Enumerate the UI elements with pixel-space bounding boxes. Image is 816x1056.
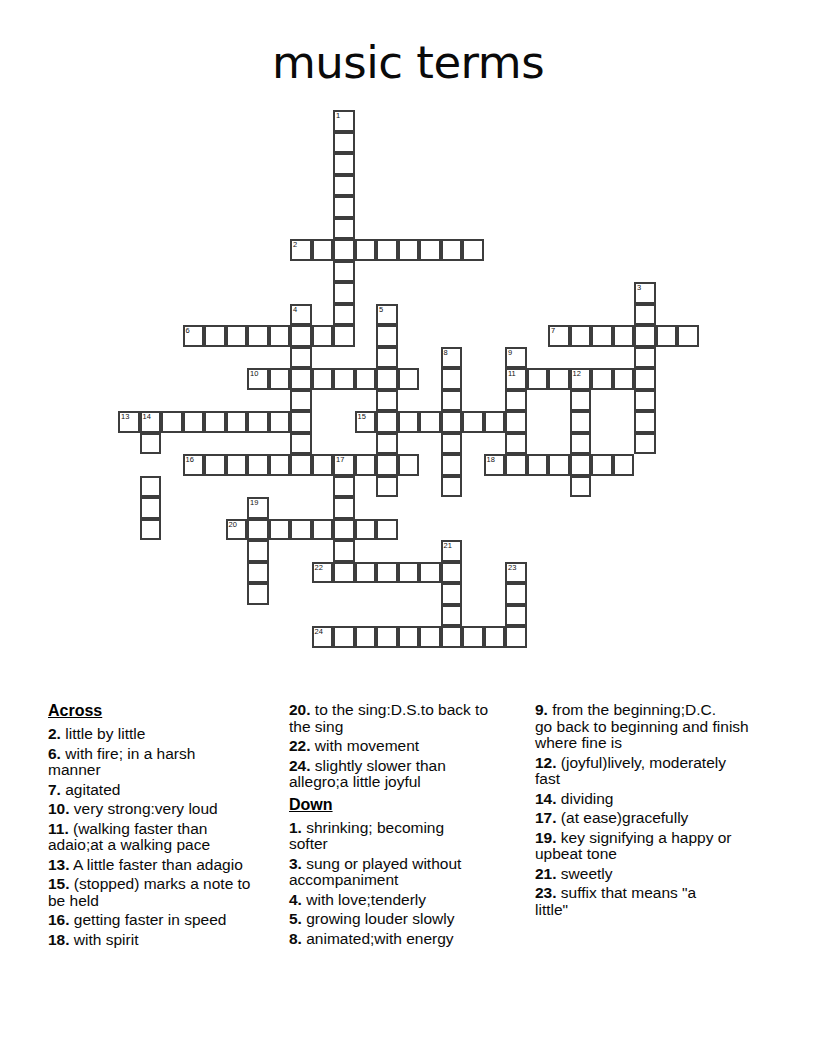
- clue-number-1: 1: [336, 111, 340, 120]
- grid-cell-r19c6[interactable]: [247, 519, 269, 541]
- grid-cell-r10c10[interactable]: [333, 325, 355, 347]
- grid-cell-r14c7[interactable]: [269, 411, 291, 433]
- down-clue-4: 4. with love;tenderly: [289, 892, 532, 909]
- grid-cell-r14c15[interactable]: [441, 411, 463, 433]
- clue-number-5: 5: [379, 305, 383, 314]
- grid-cell-r7c10[interactable]: [333, 261, 355, 283]
- grid-cell-r6c16[interactable]: [462, 239, 484, 261]
- grid-cell-r22c15[interactable]: [441, 583, 463, 605]
- clue-label: 18.: [48, 931, 70, 948]
- grid-cell-r16c18[interactable]: [505, 454, 527, 476]
- grid-cell-r10c3[interactable]: 6: [183, 325, 205, 347]
- crossword-worksheet-page: music terms 1234567891011121314151617181…: [0, 0, 816, 1056]
- grid-cell-r14c0[interactable]: 13: [118, 411, 140, 433]
- grid-cell-r10c25[interactable]: [656, 325, 678, 347]
- grid-cell-r24c9[interactable]: 24: [312, 626, 334, 648]
- across-clue-18: 18. with spirit: [48, 932, 286, 949]
- grid-cell-r16c23[interactable]: [613, 454, 635, 476]
- grid-cell-r16c15[interactable]: [441, 454, 463, 476]
- grid-cell-r15c12[interactable]: [376, 433, 398, 455]
- grid-cell-r12c8[interactable]: [290, 368, 312, 390]
- grid-cell-r4c10[interactable]: [333, 196, 355, 218]
- grid-cell-r12c7[interactable]: [269, 368, 291, 390]
- grid-cell-r12c20[interactable]: [548, 368, 570, 390]
- clue-number-22: 22: [315, 563, 323, 572]
- across-clue-24: 24. slightly slower than allegro;a littl…: [289, 758, 532, 791]
- clue-number-16: 16: [186, 455, 194, 464]
- grid-cell-r11c12[interactable]: [376, 347, 398, 369]
- grid-cell-r10c12[interactable]: [376, 325, 398, 347]
- grid-cell-r15c24[interactable]: [634, 433, 656, 455]
- clue-column-middle: 20. to the sing:D.S.to back to the sing2…: [289, 702, 532, 950]
- grid-cell-r16c4[interactable]: [204, 454, 226, 476]
- clue-number-8: 8: [444, 348, 448, 357]
- clue-label: 8.: [289, 930, 302, 947]
- grid-cell-r8c24[interactable]: 3: [634, 282, 656, 304]
- grid-cell-r14c12[interactable]: [376, 411, 398, 433]
- grid-cell-r21c14[interactable]: [419, 562, 441, 584]
- grid-cell-r12c22[interactable]: [591, 368, 613, 390]
- clue-number-9: 9: [508, 348, 512, 357]
- crossword-grid: 123456789101112131415161718192021222324: [118, 110, 699, 648]
- grid-cell-r22c6[interactable]: [247, 583, 269, 605]
- grid-cell-r19c8[interactable]: [290, 519, 312, 541]
- down-clue-5: 5. growing louder slowly: [289, 911, 532, 928]
- grid-cell-r16c21[interactable]: [570, 454, 592, 476]
- grid-cell-r17c1[interactable]: [140, 476, 162, 498]
- grid-cell-r23c18[interactable]: [505, 605, 527, 627]
- grid-cell-r23c15[interactable]: [441, 605, 463, 627]
- grid-cell-r24c11[interactable]: [355, 626, 377, 648]
- grid-cell-r15c21[interactable]: [570, 433, 592, 455]
- grid-cell-r16c10[interactable]: 17: [333, 454, 355, 476]
- clue-number-7: 7: [551, 326, 555, 335]
- grid-cell-r13c24[interactable]: [634, 390, 656, 412]
- grid-cell-r19c10[interactable]: [333, 519, 355, 541]
- grid-cell-r14c2[interactable]: [161, 411, 183, 433]
- across-clue-2: 2. little by little: [48, 726, 286, 743]
- grid-cell-r14c16[interactable]: [462, 411, 484, 433]
- grid-cell-r12c24[interactable]: [634, 368, 656, 390]
- grid-cell-r19c9[interactable]: [312, 519, 334, 541]
- clue-number-4: 4: [293, 305, 297, 314]
- grid-cell-r21c12[interactable]: [376, 562, 398, 584]
- grid-cell-r14c21[interactable]: [570, 411, 592, 433]
- grid-cell-r21c10[interactable]: [333, 562, 355, 584]
- down-clue-23: 23. suffix that means "a little": [535, 885, 801, 918]
- clue-label: 7.: [48, 781, 61, 798]
- grid-cell-r10c9[interactable]: [312, 325, 334, 347]
- grid-cell-r6c13[interactable]: [398, 239, 420, 261]
- grid-cell-r15c1[interactable]: [140, 433, 162, 455]
- clue-label: 6.: [48, 745, 61, 762]
- grid-cell-r16c7[interactable]: [269, 454, 291, 476]
- grid-cell-r14c17[interactable]: [484, 411, 506, 433]
- grid-cell-r14c14[interactable]: [419, 411, 441, 433]
- down-clue-14: 14. dividing: [535, 791, 801, 808]
- clue-number-18: 18: [487, 455, 495, 464]
- clue-label: 23.: [535, 884, 557, 901]
- grid-cell-r18c10[interactable]: [333, 497, 355, 519]
- grid-cell-r15c15[interactable]: [441, 433, 463, 455]
- grid-cell-r14c8[interactable]: [290, 411, 312, 433]
- down-clue-9: 9. from the beginning;D.C. go back to be…: [535, 702, 801, 752]
- grid-cell-r16c9[interactable]: [312, 454, 334, 476]
- grid-cell-r12c11[interactable]: [355, 368, 377, 390]
- grid-cell-r21c13[interactable]: [398, 562, 420, 584]
- grid-cell-r16c6[interactable]: [247, 454, 269, 476]
- grid-cell-r24c18[interactable]: [505, 626, 527, 648]
- grid-cell-r2c10[interactable]: [333, 153, 355, 175]
- grid-cell-r14c18[interactable]: [505, 411, 527, 433]
- grid-cell-r24c10[interactable]: [333, 626, 355, 648]
- grid-cell-r20c10[interactable]: [333, 540, 355, 562]
- grid-cell-r13c21[interactable]: [570, 390, 592, 412]
- clue-label: 17.: [535, 809, 557, 826]
- down-clue-1: 1. shrinking; becoming softer: [289, 820, 532, 853]
- clue-label: 14.: [535, 790, 557, 807]
- clue-label: 15.: [48, 875, 70, 892]
- clue-label: 24.: [289, 757, 311, 774]
- grid-cell-r22c18[interactable]: [505, 583, 527, 605]
- grid-cell-r16c8[interactable]: [290, 454, 312, 476]
- down-clue-8: 8. animated;with energy: [289, 931, 532, 948]
- grid-cell-r3c10[interactable]: [333, 175, 355, 197]
- grid-cell-r21c6[interactable]: [247, 562, 269, 584]
- grid-cell-r16c17[interactable]: 18: [484, 454, 506, 476]
- grid-cell-r10c5[interactable]: [226, 325, 248, 347]
- grid-cell-r12c23[interactable]: [613, 368, 635, 390]
- grid-cell-r10c22[interactable]: [591, 325, 613, 347]
- down-clue-21: 21. sweetly: [535, 866, 801, 883]
- clue-number-10: 10: [250, 369, 258, 378]
- grid-cell-r12c19[interactable]: [527, 368, 549, 390]
- grid-cell-r12c15[interactable]: [441, 368, 463, 390]
- grid-cell-r12c10[interactable]: [333, 368, 355, 390]
- grid-cell-r18c6[interactable]: 19: [247, 497, 269, 519]
- grid-cell-r10c4[interactable]: [204, 325, 226, 347]
- grid-cell-r19c7[interactable]: [269, 519, 291, 541]
- clue-number-20: 20: [229, 520, 237, 529]
- clue-number-23: 23: [508, 563, 516, 572]
- grid-cell-r9c10[interactable]: [333, 304, 355, 326]
- grid-cell-r17c15[interactable]: [441, 476, 463, 498]
- grid-cell-r18c1[interactable]: [140, 497, 162, 519]
- clue-number-24: 24: [315, 627, 323, 636]
- grid-cell-r24c15[interactable]: [441, 626, 463, 648]
- grid-cell-r14c4[interactable]: [204, 411, 226, 433]
- grid-cell-r19c5[interactable]: 20: [226, 519, 248, 541]
- grid-cell-r12c12[interactable]: [376, 368, 398, 390]
- clue-number-21: 21: [444, 541, 452, 550]
- grid-cell-r17c21[interactable]: [570, 476, 592, 498]
- grid-cell-r11c24[interactable]: [634, 347, 656, 369]
- clue-number-17: 17: [336, 455, 344, 464]
- clue-label: 12.: [535, 754, 557, 771]
- clue-number-13: 13: [121, 412, 129, 421]
- grid-cell-r10c23[interactable]: [613, 325, 635, 347]
- across-clue-11: 11. (walking faster than adaio;at a walk…: [48, 821, 286, 854]
- clue-label: 16.: [48, 911, 70, 928]
- across-clue-16: 16. getting faster in speed: [48, 912, 286, 929]
- clue-label: 2.: [48, 725, 61, 742]
- clue-label: 11.: [48, 820, 69, 837]
- clue-number-3: 3: [637, 283, 641, 292]
- grid-cell-r10c21[interactable]: [570, 325, 592, 347]
- puzzle-title: music terms: [0, 36, 816, 89]
- down-clue-17: 17. (at ease)gracefully: [535, 810, 801, 827]
- grid-cell-r11c15[interactable]: 8: [441, 347, 463, 369]
- grid-cell-r16c3[interactable]: 16: [183, 454, 205, 476]
- grid-cell-r10c8[interactable]: [290, 325, 312, 347]
- grid-cell-r19c11[interactable]: [355, 519, 377, 541]
- across-clue-15: 15. (stopped) marks a note to be held: [48, 876, 286, 909]
- grid-cell-r14c6[interactable]: [247, 411, 269, 433]
- clue-number-15: 15: [358, 412, 366, 421]
- grid-cell-r14c24[interactable]: [634, 411, 656, 433]
- clue-label: 20.: [289, 701, 311, 718]
- clue-label: 10.: [48, 800, 70, 817]
- grid-cell-r10c24[interactable]: [634, 325, 656, 347]
- grid-cell-r10c7[interactable]: [269, 325, 291, 347]
- grid-cell-r6c11[interactable]: [355, 239, 377, 261]
- grid-cell-r1c10[interactable]: [333, 132, 355, 154]
- grid-cell-r6c9[interactable]: [312, 239, 334, 261]
- grid-cell-r9c8[interactable]: 4: [290, 304, 312, 326]
- grid-cell-r16c22[interactable]: [591, 454, 613, 476]
- grid-cell-r6c8[interactable]: 2: [290, 239, 312, 261]
- grid-cell-r21c15[interactable]: [441, 562, 463, 584]
- grid-cell-r17c12[interactable]: [376, 476, 398, 498]
- clue-number-11: 11: [508, 369, 516, 378]
- clue-label: 22.: [289, 737, 311, 754]
- grid-cell-r11c8[interactable]: [290, 347, 312, 369]
- grid-cell-r10c20[interactable]: 7: [548, 325, 570, 347]
- grid-cell-r14c11[interactable]: 15: [355, 411, 377, 433]
- clue-label: 4.: [289, 891, 302, 908]
- down-clue-3: 3. sung or played without accompaniment: [289, 856, 532, 889]
- grid-cell-r9c24[interactable]: [634, 304, 656, 326]
- grid-cell-r16c13[interactable]: [398, 454, 420, 476]
- clue-label: 13.: [48, 856, 70, 873]
- clue-label: 3.: [289, 855, 302, 872]
- grid-cell-r13c8[interactable]: [290, 390, 312, 412]
- across-clue-10: 10. very strong:very loud: [48, 801, 286, 818]
- clue-label: 9.: [535, 701, 548, 718]
- grid-cell-r5c10[interactable]: [333, 218, 355, 240]
- grid-cell-r24c12[interactable]: [376, 626, 398, 648]
- grid-cell-r8c10[interactable]: [333, 282, 355, 304]
- grid-cell-r24c16[interactable]: [462, 626, 484, 648]
- grid-cell-r15c8[interactable]: [290, 433, 312, 455]
- grid-cell-r17c10[interactable]: [333, 476, 355, 498]
- grid-cell-r10c26[interactable]: [677, 325, 699, 347]
- grid-cell-r6c14[interactable]: [419, 239, 441, 261]
- grid-cell-r12c18[interactable]: 11: [505, 368, 527, 390]
- clue-column-left: Across 2. little by little6. with fire; …: [48, 702, 286, 951]
- grid-cell-r24c17[interactable]: [484, 626, 506, 648]
- clue-number-12: 12: [573, 369, 581, 378]
- grid-cell-r14c1[interactable]: 14: [140, 411, 162, 433]
- clue-label: 19.: [535, 829, 557, 846]
- grid-cell-r24c13[interactable]: [398, 626, 420, 648]
- grid-cell-r15c18[interactable]: [505, 433, 527, 455]
- grid-cell-r14c5[interactable]: [226, 411, 248, 433]
- clue-label: 1.: [289, 819, 302, 836]
- grid-cell-r19c1[interactable]: [140, 519, 162, 541]
- grid-cell-r13c18[interactable]: [505, 390, 527, 412]
- grid-cell-r21c9[interactable]: 22: [312, 562, 334, 584]
- clue-label: 5.: [289, 910, 302, 927]
- grid-cell-r14c13[interactable]: [398, 411, 420, 433]
- across-clue-20: 20. to the sing:D.S.to back to the sing: [289, 702, 532, 735]
- grid-cell-r14c3[interactable]: [183, 411, 205, 433]
- clue-label: 21.: [535, 865, 557, 882]
- grid-cell-r12c13[interactable]: [398, 368, 420, 390]
- grid-cell-r24c14[interactable]: [419, 626, 441, 648]
- grid-cell-r0c10[interactable]: 1: [333, 110, 355, 132]
- down-clue-19: 19. key signifying a happy or upbeat ton…: [535, 830, 801, 863]
- across-clue-22: 22. with movement: [289, 738, 532, 755]
- across-clue-6: 6. with fire; in a harsh manner: [48, 746, 286, 779]
- grid-cell-r20c15[interactable]: 21: [441, 540, 463, 562]
- clue-column-right: 9. from the beginning;D.C. go back to be…: [535, 702, 801, 921]
- down-heading: Down: [289, 796, 532, 814]
- grid-cell-r12c21[interactable]: 12: [570, 368, 592, 390]
- grid-cell-r20c6[interactable]: [247, 540, 269, 562]
- grid-cell-r21c18[interactable]: 23: [505, 562, 527, 584]
- grid-cell-r12c9[interactable]: [312, 368, 334, 390]
- grid-cell-r6c10[interactable]: [333, 239, 355, 261]
- across-clue-13: 13. A little faster than adagio: [48, 857, 286, 874]
- grid-cell-r13c12[interactable]: [376, 390, 398, 412]
- grid-cell-r6c15[interactable]: [441, 239, 463, 261]
- grid-cell-r16c20[interactable]: [548, 454, 570, 476]
- across-clue-7: 7. agitated: [48, 782, 286, 799]
- clue-number-2: 2: [293, 240, 297, 249]
- grid-cell-r16c19[interactable]: [527, 454, 549, 476]
- grid-cell-r12c6[interactable]: 10: [247, 368, 269, 390]
- across-heading: Across: [48, 702, 286, 720]
- clue-number-6: 6: [186, 326, 190, 335]
- grid-cell-r19c12[interactable]: [376, 519, 398, 541]
- clue-number-19: 19: [250, 498, 258, 507]
- down-clue-12: 12. (joyful)lively, moderately fast: [535, 755, 801, 788]
- clue-number-14: 14: [143, 412, 151, 421]
- grid-cell-r6c12[interactable]: [376, 239, 398, 261]
- grid-cell-r9c12[interactable]: 5: [376, 304, 398, 326]
- grid-cell-r16c12[interactable]: [376, 454, 398, 476]
- grid-cell-r13c15[interactable]: [441, 390, 463, 412]
- grid-cell-r10c6[interactable]: [247, 325, 269, 347]
- grid-cell-r16c11[interactable]: [355, 454, 377, 476]
- grid-cell-r21c11[interactable]: [355, 562, 377, 584]
- grid-cell-r11c18[interactable]: 9: [505, 347, 527, 369]
- grid-cell-r16c5[interactable]: [226, 454, 248, 476]
